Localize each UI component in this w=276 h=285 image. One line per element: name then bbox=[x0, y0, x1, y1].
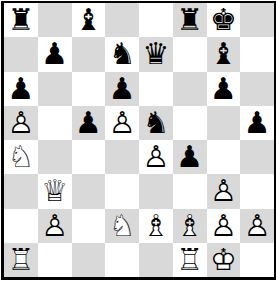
chess-diagram-window: ♜♝♜♚♟♞♛♝♟♟♟♟♙♟♟♙♞♟♞♘♟♙♟♛♕♟♙♟♙♞♘♝♗♝♗♟♙♟♙♜… bbox=[0, 0, 276, 285]
piece-white-pawn-icon[interactable]: ♟♙ bbox=[4, 106, 38, 140]
square-c7[interactable] bbox=[72, 37, 106, 71]
piece-black-pawn-icon[interactable]: ♟ bbox=[105, 72, 139, 106]
piece-outline-layer: ♖ bbox=[173, 243, 207, 277]
square-h2[interactable]: ♟♙ bbox=[240, 209, 274, 243]
piece-white-pawn-icon[interactable]: ♟♙ bbox=[207, 209, 241, 243]
square-h7[interactable] bbox=[240, 37, 274, 71]
piece-black-pawn-icon[interactable]: ♟ bbox=[173, 140, 207, 174]
square-h3[interactable] bbox=[240, 174, 274, 208]
square-f8[interactable]: ♜ bbox=[173, 3, 207, 37]
square-g7[interactable]: ♝ bbox=[207, 37, 241, 71]
piece-black-queen-icon[interactable]: ♛ bbox=[139, 37, 173, 71]
square-c4[interactable] bbox=[72, 140, 106, 174]
square-d4[interactable] bbox=[105, 140, 139, 174]
square-c5[interactable]: ♟ bbox=[72, 106, 106, 140]
square-a8[interactable]: ♜ bbox=[4, 3, 38, 37]
square-g6[interactable]: ♟ bbox=[207, 72, 241, 106]
piece-outline-layer: ♖ bbox=[4, 243, 38, 277]
square-d7[interactable]: ♞ bbox=[105, 37, 139, 71]
square-f6[interactable] bbox=[173, 72, 207, 106]
piece-black-bishop-icon[interactable]: ♝ bbox=[72, 3, 106, 37]
square-c6[interactable] bbox=[72, 72, 106, 106]
square-c8[interactable]: ♝ bbox=[72, 3, 106, 37]
square-e1[interactable] bbox=[139, 243, 173, 277]
square-e5[interactable]: ♞ bbox=[139, 106, 173, 140]
piece-white-bishop-icon[interactable]: ♝♗ bbox=[139, 209, 173, 243]
square-h4[interactable] bbox=[240, 140, 274, 174]
piece-outline-layer: ♗ bbox=[173, 209, 207, 243]
square-f2[interactable]: ♝♗ bbox=[173, 209, 207, 243]
square-f5[interactable] bbox=[173, 106, 207, 140]
square-h8[interactable] bbox=[240, 3, 274, 37]
square-e7[interactable]: ♛ bbox=[139, 37, 173, 71]
square-c1[interactable] bbox=[72, 243, 106, 277]
square-f7[interactable] bbox=[173, 37, 207, 71]
piece-outline-layer: ♙ bbox=[207, 209, 241, 243]
square-b1[interactable] bbox=[38, 243, 72, 277]
square-b7[interactable]: ♟ bbox=[38, 37, 72, 71]
square-g5[interactable] bbox=[207, 106, 241, 140]
piece-white-pawn-icon[interactable]: ♟♙ bbox=[207, 174, 241, 208]
piece-white-pawn-icon[interactable]: ♟♙ bbox=[240, 209, 274, 243]
piece-white-rook-icon[interactable]: ♜♖ bbox=[173, 243, 207, 277]
chessboard: ♜♝♜♚♟♞♛♝♟♟♟♟♙♟♟♙♞♟♞♘♟♙♟♛♕♟♙♟♙♞♘♝♗♝♗♟♙♟♙♜… bbox=[4, 3, 274, 277]
square-e8[interactable] bbox=[139, 3, 173, 37]
square-a4[interactable]: ♞♘ bbox=[4, 140, 38, 174]
square-a7[interactable] bbox=[4, 37, 38, 71]
piece-black-knight-icon[interactable]: ♞ bbox=[105, 37, 139, 71]
square-d3[interactable] bbox=[105, 174, 139, 208]
piece-white-knight-icon[interactable]: ♞♘ bbox=[4, 140, 38, 174]
piece-black-pawn-icon[interactable]: ♟ bbox=[4, 72, 38, 106]
piece-white-pawn-icon[interactable]: ♟♙ bbox=[105, 106, 139, 140]
board-frame: ♜♝♜♚♟♞♛♝♟♟♟♟♙♟♟♙♞♟♞♘♟♙♟♛♕♟♙♟♙♞♘♝♗♝♗♟♙♟♙♜… bbox=[1, 1, 276, 280]
piece-black-pawn-icon[interactable]: ♟ bbox=[240, 106, 274, 140]
square-h1[interactable] bbox=[240, 243, 274, 277]
piece-outline-layer: ♗ bbox=[139, 209, 173, 243]
piece-black-rook-icon[interactable]: ♜ bbox=[4, 3, 38, 37]
piece-outline-layer: ♙ bbox=[207, 174, 241, 208]
square-e2[interactable]: ♝♗ bbox=[139, 209, 173, 243]
piece-outline-layer: ♘ bbox=[105, 209, 139, 243]
square-g8[interactable]: ♚ bbox=[207, 3, 241, 37]
square-a3[interactable] bbox=[4, 174, 38, 208]
square-a1[interactable]: ♜♖ bbox=[4, 243, 38, 277]
square-b6[interactable] bbox=[38, 72, 72, 106]
square-c2[interactable] bbox=[72, 209, 106, 243]
piece-black-rook-icon[interactable]: ♜ bbox=[173, 3, 207, 37]
piece-outline-layer: ♙ bbox=[240, 209, 274, 243]
piece-outline-layer: ♙ bbox=[4, 106, 38, 140]
piece-white-king-icon[interactable]: ♚♔ bbox=[207, 243, 241, 277]
square-g3[interactable]: ♟♙ bbox=[207, 174, 241, 208]
piece-black-knight-icon[interactable]: ♞ bbox=[139, 106, 173, 140]
square-a5[interactable]: ♟♙ bbox=[4, 106, 38, 140]
square-f1[interactable]: ♜♖ bbox=[173, 243, 207, 277]
piece-outline-layer: ♘ bbox=[4, 140, 38, 174]
piece-outline-layer: ♙ bbox=[139, 140, 173, 174]
piece-outline-layer: ♙ bbox=[38, 209, 72, 243]
square-h5[interactable]: ♟ bbox=[240, 106, 274, 140]
square-b2[interactable]: ♟♙ bbox=[38, 209, 72, 243]
square-g4[interactable] bbox=[207, 140, 241, 174]
square-d6[interactable]: ♟ bbox=[105, 72, 139, 106]
piece-black-pawn-icon[interactable]: ♟ bbox=[38, 37, 72, 71]
piece-white-pawn-icon[interactable]: ♟♙ bbox=[139, 140, 173, 174]
piece-black-pawn-icon[interactable]: ♟ bbox=[207, 72, 241, 106]
piece-white-bishop-icon[interactable]: ♝♗ bbox=[173, 209, 207, 243]
square-b4[interactable] bbox=[38, 140, 72, 174]
piece-white-rook-icon[interactable]: ♜♖ bbox=[4, 243, 38, 277]
square-a2[interactable] bbox=[4, 209, 38, 243]
square-d5[interactable]: ♟♙ bbox=[105, 106, 139, 140]
square-d1[interactable] bbox=[105, 243, 139, 277]
square-c3[interactable] bbox=[72, 174, 106, 208]
piece-outline-layer: ♕ bbox=[38, 174, 72, 208]
square-e6[interactable] bbox=[139, 72, 173, 106]
piece-white-knight-icon[interactable]: ♞♘ bbox=[105, 209, 139, 243]
square-e3[interactable] bbox=[139, 174, 173, 208]
square-b5[interactable] bbox=[38, 106, 72, 140]
square-g1[interactable]: ♚♔ bbox=[207, 243, 241, 277]
square-f4[interactable]: ♟ bbox=[173, 140, 207, 174]
square-b3[interactable]: ♛♕ bbox=[38, 174, 72, 208]
square-f3[interactable] bbox=[173, 174, 207, 208]
piece-black-bishop-icon[interactable]: ♝ bbox=[207, 37, 241, 71]
square-d8[interactable] bbox=[105, 3, 139, 37]
square-e4[interactable]: ♟♙ bbox=[139, 140, 173, 174]
piece-outline-layer: ♔ bbox=[207, 243, 241, 277]
piece-white-queen-icon[interactable]: ♛♕ bbox=[38, 174, 72, 208]
piece-outline-layer: ♙ bbox=[105, 106, 139, 140]
square-d2[interactable]: ♞♘ bbox=[105, 209, 139, 243]
square-h6[interactable] bbox=[240, 72, 274, 106]
square-g2[interactable]: ♟♙ bbox=[207, 209, 241, 243]
square-b8[interactable] bbox=[38, 3, 72, 37]
square-a6[interactable]: ♟ bbox=[4, 72, 38, 106]
piece-black-pawn-icon[interactable]: ♟ bbox=[72, 106, 106, 140]
piece-black-king-icon[interactable]: ♚ bbox=[207, 3, 241, 37]
piece-white-pawn-icon[interactable]: ♟♙ bbox=[38, 209, 72, 243]
